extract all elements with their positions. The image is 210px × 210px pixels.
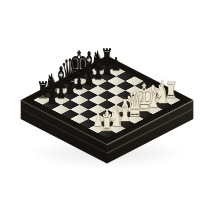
piece-black-pawn-a7: ♟ [47, 87, 57, 108]
piece-black-knight-g8: ♞ [90, 45, 105, 76]
piece-black-pawn-g7: ♟ [102, 58, 112, 79]
piece-black-pawn-c7: ♟ [65, 77, 75, 98]
piece-black-pawn-f7: ♟ [93, 63, 103, 84]
piece-white-pawn-h2: ♟ [157, 77, 167, 98]
piece-white-rook-h1: ♜ [165, 77, 178, 104]
piece-black-rook-h8: ♜ [101, 44, 114, 71]
pieces-layer: ♜♞♝♛♚♝♞♜♟♟♟♟♟♟♟♟♟♟♟♟♟♟♟♟♜♞♝♛♚♝♞♜ [0, 0, 210, 210]
piece-white-pawn-a2: ♟ [93, 110, 103, 131]
piece-white-king-e1: ♚ [133, 76, 154, 120]
piece-white-bishop-f1: ♝ [145, 80, 162, 115]
piece-black-bishop-c8: ♝ [53, 61, 70, 96]
piece-white-bishop-c1: ♝ [117, 94, 134, 129]
piece-black-pawn-d7: ♟ [74, 73, 84, 94]
piece-white-knight-g1: ♞ [155, 78, 170, 109]
piece-black-bishop-f8: ♝ [80, 46, 97, 81]
piece-white-pawn-c2: ♟ [111, 101, 121, 122]
piece-white-pawn-e2: ♟ [130, 92, 140, 113]
product-photo-scene: ♜♞♝♛♚♝♞♜♟♟♟♟♟♟♟♟♟♟♟♟♟♟♟♟♜♞♝♛♚♝♞♜ [0, 0, 210, 210]
piece-black-queen-d8: ♛ [61, 52, 80, 91]
piece-white-knight-b1: ♞ [109, 101, 124, 132]
piece-black-pawn-b7: ♟ [56, 82, 66, 103]
piece-white-queen-d1: ♛ [125, 85, 144, 124]
piece-black-king-e8: ♚ [69, 43, 90, 87]
piece-black-pawn-e7: ♟ [84, 68, 94, 89]
piece-white-pawn-f2: ♟ [139, 87, 149, 108]
piece-white-rook-a1: ♜ [101, 110, 114, 137]
piece-black-rook-a8: ♜ [36, 77, 49, 104]
piece-white-pawn-b2: ♟ [102, 106, 112, 127]
piece-white-pawn-g2: ♟ [148, 82, 158, 103]
piece-black-knight-b8: ♞ [44, 68, 59, 99]
piece-white-pawn-d2: ♟ [120, 96, 130, 117]
piece-black-pawn-h7: ♟ [111, 54, 121, 75]
